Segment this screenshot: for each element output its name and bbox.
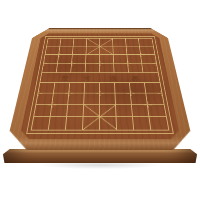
point-marker-cross xyxy=(124,61,131,66)
point-marker-cross xyxy=(127,91,135,96)
product-photo: 楚河漢界 xyxy=(0,0,200,200)
point-marker-cross xyxy=(96,61,103,66)
point-marker-cross xyxy=(157,91,162,96)
palace-diagonals xyxy=(83,39,117,130)
point-markers xyxy=(36,53,165,108)
point-marker-cross xyxy=(152,61,156,66)
point-marker-cross xyxy=(38,91,43,96)
point-marker-cross xyxy=(48,102,57,108)
point-marker-cross xyxy=(68,61,75,66)
point-marker-cross xyxy=(55,53,62,57)
river-label: 河 xyxy=(83,75,91,82)
point-marker-cross xyxy=(137,53,144,57)
river-label: 漢 xyxy=(109,75,117,82)
point-marker-cross xyxy=(43,61,47,66)
river-label: 界 xyxy=(131,75,140,82)
point-marker-cross xyxy=(143,102,152,108)
point-marker-cross xyxy=(65,91,73,96)
board-overlay: 楚河漢界 xyxy=(32,39,169,130)
point-marker-cross xyxy=(96,91,104,96)
river-label: 楚 xyxy=(61,75,70,82)
xiangqi-board: 楚河漢界 xyxy=(5,28,195,150)
river-inscription: 楚河漢界 xyxy=(61,75,140,82)
board-perspective-wrapper: 楚河漢界 xyxy=(5,28,195,150)
board-front-edge xyxy=(3,149,197,163)
